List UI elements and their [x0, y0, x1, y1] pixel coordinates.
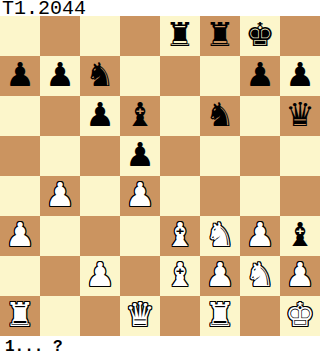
square-a1[interactable]: ♜	[0, 296, 40, 336]
square-c4[interactable]	[80, 176, 120, 216]
square-e1[interactable]	[160, 296, 200, 336]
square-f8[interactable]: ♜	[200, 16, 240, 56]
black-bishop-piece: ♝	[125, 95, 155, 135]
black-rook-piece: ♜	[205, 15, 235, 55]
white-bishop-piece: ♝	[165, 255, 195, 295]
square-h1[interactable]: ♚	[280, 296, 320, 336]
square-e2[interactable]: ♝	[160, 256, 200, 296]
black-pawn-piece: ♟	[85, 95, 115, 135]
square-f5[interactable]	[200, 136, 240, 176]
square-e7[interactable]	[160, 56, 200, 96]
black-king-piece: ♚	[245, 15, 275, 55]
square-d6[interactable]: ♝	[120, 96, 160, 136]
square-h2[interactable]: ♟	[280, 256, 320, 296]
black-pawn-piece: ♟	[285, 55, 315, 95]
square-a6[interactable]	[0, 96, 40, 136]
black-pawn-piece: ♟	[45, 55, 75, 95]
square-a8[interactable]	[0, 16, 40, 56]
square-d3[interactable]	[120, 216, 160, 256]
square-h4[interactable]	[280, 176, 320, 216]
square-g3[interactable]: ♟	[240, 216, 280, 256]
square-b1[interactable]	[40, 296, 80, 336]
white-rook-piece: ♜	[205, 295, 235, 335]
square-g1[interactable]	[240, 296, 280, 336]
square-g2[interactable]: ♞	[240, 256, 280, 296]
square-g7[interactable]: ♟	[240, 56, 280, 96]
square-f1[interactable]: ♜	[200, 296, 240, 336]
puzzle-window: T1.2044 ♜♜♚♟♟♞♟♟♟♝♞♛♟♟♟♟♝♞♟♝♟♝♟♞♟♜♛♜♚ 1.…	[0, 0, 320, 360]
square-d4[interactable]: ♟	[120, 176, 160, 216]
square-e6[interactable]	[160, 96, 200, 136]
square-d8[interactable]	[120, 16, 160, 56]
square-b5[interactable]	[40, 136, 80, 176]
square-a4[interactable]	[0, 176, 40, 216]
square-b7[interactable]: ♟	[40, 56, 80, 96]
square-d7[interactable]	[120, 56, 160, 96]
square-b8[interactable]	[40, 16, 80, 56]
black-queen-piece: ♛	[285, 95, 315, 135]
white-bishop-piece: ♝	[165, 215, 195, 255]
square-h8[interactable]	[280, 16, 320, 56]
square-c8[interactable]	[80, 16, 120, 56]
square-a5[interactable]	[0, 136, 40, 176]
square-g4[interactable]	[240, 176, 280, 216]
square-f3[interactable]: ♞	[200, 216, 240, 256]
square-g6[interactable]	[240, 96, 280, 136]
black-rook-piece: ♜	[165, 15, 195, 55]
black-bishop-piece: ♝	[285, 215, 315, 255]
white-rook-piece: ♜	[5, 295, 35, 335]
square-b6[interactable]	[40, 96, 80, 136]
square-a7[interactable]: ♟	[0, 56, 40, 96]
square-b3[interactable]	[40, 216, 80, 256]
square-g5[interactable]	[240, 136, 280, 176]
square-c2[interactable]: ♟	[80, 256, 120, 296]
white-pawn-piece: ♟	[285, 255, 315, 295]
square-c1[interactable]	[80, 296, 120, 336]
square-f2[interactable]: ♟	[200, 256, 240, 296]
square-h5[interactable]	[280, 136, 320, 176]
square-b2[interactable]	[40, 256, 80, 296]
white-pawn-piece: ♟	[205, 255, 235, 295]
black-knight-piece: ♞	[205, 95, 235, 135]
white-knight-piece: ♞	[205, 215, 235, 255]
square-c6[interactable]: ♟	[80, 96, 120, 136]
square-h7[interactable]: ♟	[280, 56, 320, 96]
square-h3[interactable]: ♝	[280, 216, 320, 256]
square-e3[interactable]: ♝	[160, 216, 200, 256]
white-queen-piece: ♛	[125, 295, 155, 335]
white-pawn-piece: ♟	[125, 175, 155, 215]
white-pawn-piece: ♟	[85, 255, 115, 295]
square-a2[interactable]	[0, 256, 40, 296]
square-e8[interactable]: ♜	[160, 16, 200, 56]
square-h6[interactable]: ♛	[280, 96, 320, 136]
square-f4[interactable]	[200, 176, 240, 216]
square-e4[interactable]	[160, 176, 200, 216]
white-pawn-piece: ♟	[5, 215, 35, 255]
puzzle-id-label: T1.2044	[0, 0, 320, 16]
square-e5[interactable]	[160, 136, 200, 176]
square-f7[interactable]	[200, 56, 240, 96]
square-c5[interactable]	[80, 136, 120, 176]
white-king-piece: ♚	[285, 295, 315, 335]
white-pawn-piece: ♟	[245, 215, 275, 255]
black-pawn-piece: ♟	[245, 55, 275, 95]
black-knight-piece: ♞	[85, 55, 115, 95]
square-d2[interactable]	[120, 256, 160, 296]
black-pawn-piece: ♟	[125, 135, 155, 175]
square-d5[interactable]: ♟	[120, 136, 160, 176]
square-f6[interactable]: ♞	[200, 96, 240, 136]
chess-board: ♜♜♚♟♟♞♟♟♟♝♞♛♟♟♟♟♝♞♟♝♟♝♟♞♟♜♛♜♚	[0, 16, 320, 336]
white-knight-piece: ♞	[245, 255, 275, 295]
square-c7[interactable]: ♞	[80, 56, 120, 96]
white-pawn-piece: ♟	[45, 175, 75, 215]
move-prompt-label: 1... ?	[0, 336, 320, 360]
square-c3[interactable]	[80, 216, 120, 256]
square-g8[interactable]: ♚	[240, 16, 280, 56]
black-pawn-piece: ♟	[5, 55, 35, 95]
square-b4[interactable]: ♟	[40, 176, 80, 216]
square-a3[interactable]: ♟	[0, 216, 40, 256]
square-d1[interactable]: ♛	[120, 296, 160, 336]
